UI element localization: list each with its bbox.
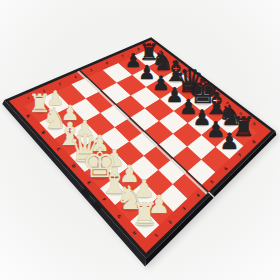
piece-white-rook-h1: ♜ <box>131 196 159 232</box>
chess-board: A1A1B2B2C3C3D4D4E5E5F6F6G7G7H8H8♜♟♞♟♝♟♛♟… <box>0 0 280 280</box>
product-photo-chess-set: A1A1B2B2C3C3D4D4E5E5F6F6G7G7H8H8♜♟♞♟♝♟♛♟… <box>0 0 280 280</box>
piece-black-pawn-h7: ♟ <box>220 128 240 154</box>
